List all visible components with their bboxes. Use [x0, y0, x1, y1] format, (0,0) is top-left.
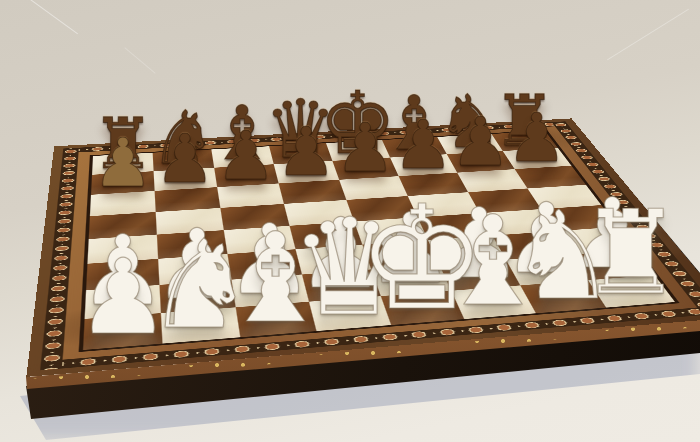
frame-inlay-left: [40, 148, 79, 371]
piece-brown-pawn-b7[interactable]: ♟: [155, 126, 215, 193]
piece-brown-pawn-f7[interactable]: ♟: [393, 112, 453, 179]
backdrop-scratch: [24, 0, 78, 34]
scene: ♜♞♝♛♚♝♞♜♟♟♟♟♟♟♟♟♟♟♟♟♟♟♟♟♟♞♝♛♚♝♞♜: [0, 0, 700, 442]
piece-brown-pawn-a7[interactable]: ♟: [93, 129, 153, 196]
piece-brown-pawn-g7[interactable]: ♟: [450, 108, 510, 175]
piece-brown-pawn-d7[interactable]: ♟: [276, 119, 336, 186]
backdrop-scratch: [607, 9, 689, 61]
piece-brown-pawn-e7[interactable]: ♟: [335, 115, 395, 182]
piece-brown-pawn-h7[interactable]: ♟: [507, 105, 567, 172]
backdrop-scratch: [124, 47, 155, 73]
piece-white-rook-h1[interactable]: ♜: [579, 195, 683, 311]
piece-brown-pawn-c7[interactable]: ♟: [216, 122, 276, 189]
